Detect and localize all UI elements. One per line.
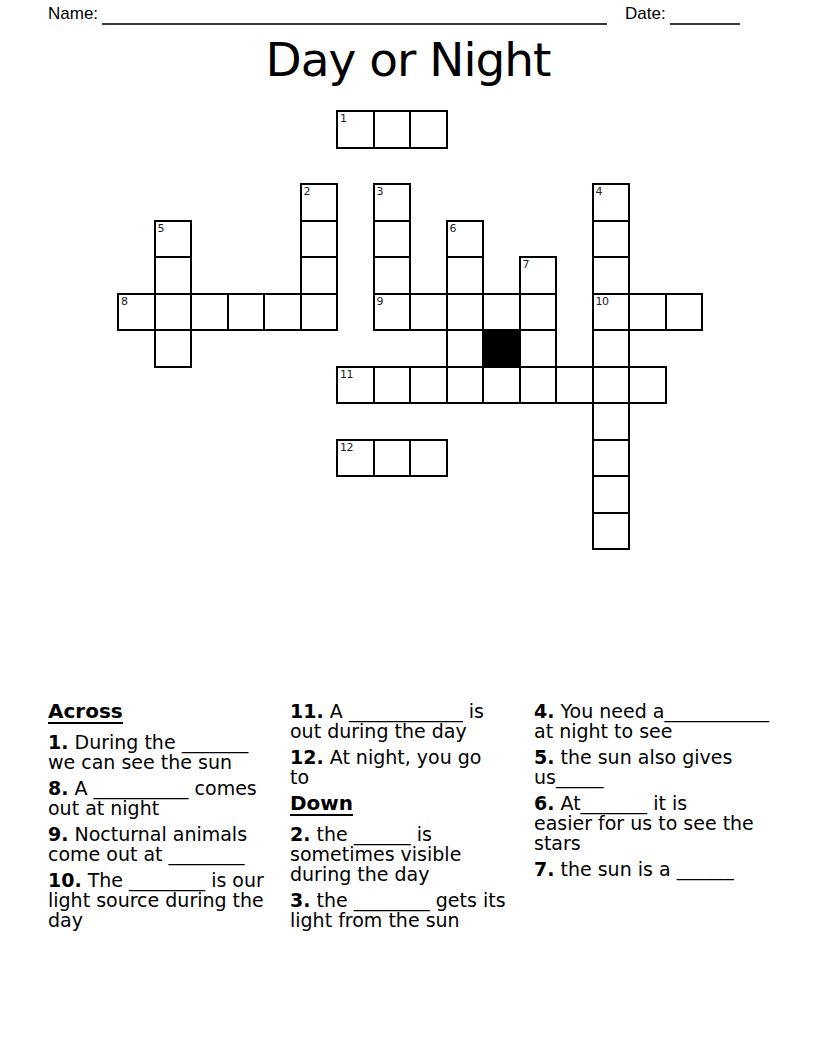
cell-number: 3 xyxy=(377,185,384,198)
clue-number: 9. xyxy=(48,823,68,845)
clue-down-3: 3. the ________ gets its light from the … xyxy=(290,890,534,930)
clues-column-1: Across 1. During the _______ we can see … xyxy=(48,701,290,936)
grid-cell-r9-c8[interactable] xyxy=(409,439,448,478)
grid-cell-r5-c1[interactable] xyxy=(154,293,193,332)
clue-across-1: 1. During the _______ we can see the sun xyxy=(48,732,290,772)
clue-number: 3. xyxy=(290,889,310,911)
cell-number: 2 xyxy=(304,185,311,198)
cell-number: 12 xyxy=(340,441,353,454)
page-title: Day or Night xyxy=(0,33,816,87)
clue-number: 10. xyxy=(48,869,82,891)
grid-cell-r7-c10[interactable] xyxy=(482,366,521,405)
grid-cell-r6-c11[interactable] xyxy=(519,329,558,368)
worksheet-page: { "game": "crossword", "title": "Day or … xyxy=(0,0,816,1056)
grid-cell-r3-c13[interactable] xyxy=(592,220,631,259)
grid-cell-r5-c7[interactable]: 9 xyxy=(373,293,412,332)
clue-number: 6. xyxy=(534,792,554,814)
grid-cell-r7-c11[interactable] xyxy=(519,366,558,405)
grid-cell-r0-c8[interactable] xyxy=(409,110,448,149)
clue-down-2: 2. the ______ is sometimes visible durin… xyxy=(290,824,534,884)
clue-text: the ______ is sometimes visible during t… xyxy=(290,823,461,885)
cell-number: 5 xyxy=(158,222,165,235)
cell-number: 4 xyxy=(596,185,603,198)
grid-cell-r7-c7[interactable] xyxy=(373,366,412,405)
date-input-line[interactable] xyxy=(670,4,740,25)
grid-cell-r4-c11[interactable]: 7 xyxy=(519,256,558,295)
clue-text: A __________ comes out at night xyxy=(48,777,257,819)
cell-number: 7 xyxy=(523,258,530,271)
grid-cell-r4-c9[interactable] xyxy=(446,256,485,295)
grid-cell-r8-c13[interactable] xyxy=(592,402,631,441)
grid-cell-r5-c13[interactable]: 10 xyxy=(592,293,631,332)
clue-text: Nocturnal animals come out at ________ xyxy=(48,823,247,865)
grid-cell-r5-c9[interactable] xyxy=(446,293,485,332)
clue-down-7: 7. the sun is a ______ xyxy=(534,859,780,879)
clue-text: You need a___________ at night to see xyxy=(534,700,769,742)
grid-cell-r5-c2[interactable] xyxy=(190,293,229,332)
grid-cell-r5-c10[interactable] xyxy=(482,293,521,332)
date-label: Date: xyxy=(625,4,666,24)
clue-text: At_______ it is easier for us to see the… xyxy=(534,792,754,854)
grid-cell-r3-c1[interactable]: 5 xyxy=(154,220,193,259)
grid-cell-r5-c5[interactable] xyxy=(300,293,339,332)
grid-cell-r10-c13[interactable] xyxy=(592,475,631,514)
grid-cell-r5-c4[interactable] xyxy=(263,293,302,332)
clue-text: the ________ gets its light from the sun xyxy=(290,889,506,931)
cell-number: 1 xyxy=(340,112,347,125)
clue-number: 11. xyxy=(290,700,324,722)
grid-cell-r9-c13[interactable] xyxy=(592,439,631,478)
clue-across-12: 12. At night, you go to xyxy=(290,747,534,787)
clues-column-2: 11. A ____________ is out during the day… xyxy=(290,701,534,936)
grid-cell-r7-c8[interactable] xyxy=(409,366,448,405)
grid-cell-r4-c7[interactable] xyxy=(373,256,412,295)
grid-cell-r4-c1[interactable] xyxy=(154,256,193,295)
grid-cell-r5-c0[interactable]: 8 xyxy=(117,293,156,332)
grid-cell-r5-c3[interactable] xyxy=(227,293,266,332)
clue-number: 8. xyxy=(48,777,68,799)
grid-cell-r9-c6[interactable]: 12 xyxy=(336,439,375,478)
clue-text: the sun is a ______ xyxy=(561,858,734,880)
clue-number: 7. xyxy=(534,858,554,880)
grid-cell-r5-c14[interactable] xyxy=(628,293,667,332)
clue-across-9: 9. Nocturnal animals come out at _______… xyxy=(48,824,290,864)
grid-cell-r7-c6[interactable]: 11 xyxy=(336,366,375,405)
grid-cell-r2-c13[interactable]: 4 xyxy=(592,183,631,222)
cell-number: 6 xyxy=(450,222,457,235)
clue-down-6: 6. At_______ it is easier for us to see … xyxy=(534,793,780,853)
grid-cell-r5-c11[interactable] xyxy=(519,293,558,332)
grid-cell-r5-c15[interactable] xyxy=(665,293,704,332)
clue-number: 2. xyxy=(290,823,310,845)
grid-cell-r3-c7[interactable] xyxy=(373,220,412,259)
grid-cell-r11-c13[interactable] xyxy=(592,512,631,551)
clue-across-10: 10. The ________ is our light source dur… xyxy=(48,870,290,930)
across-heading: Across xyxy=(48,701,290,724)
crossword-grid: 123456789101112 xyxy=(117,110,707,552)
grid-cell-r7-c9[interactable] xyxy=(446,366,485,405)
grid-cell-r7-c12[interactable] xyxy=(555,366,594,405)
clue-down-4: 4. You need a___________ at night to see xyxy=(534,701,780,741)
clues-column-3: 4. You need a___________ at night to see… xyxy=(534,701,780,936)
clue-across-11: 11. A ____________ is out during the day xyxy=(290,701,534,741)
grid-cell-r4-c5[interactable] xyxy=(300,256,339,295)
grid-cell-r3-c5[interactable] xyxy=(300,220,339,259)
clue-down-5: 5. the sun also gives us_____ xyxy=(534,747,780,787)
cell-number: 8 xyxy=(121,295,128,308)
grid-cell-r5-c8[interactable] xyxy=(409,293,448,332)
grid-cell-r6-c9[interactable] xyxy=(446,329,485,368)
cell-number: 9 xyxy=(377,295,384,308)
grid-cell-r4-c13[interactable] xyxy=(592,256,631,295)
clue-across-8: 8. A __________ comes out at night xyxy=(48,778,290,818)
name-label: Name: xyxy=(48,4,98,24)
clues-section: Across 1. During the _______ we can see … xyxy=(48,701,780,936)
blocked-cell xyxy=(482,329,521,368)
grid-cell-r6-c13[interactable] xyxy=(592,329,631,368)
down-heading-label: Down xyxy=(290,793,353,816)
cell-number: 10 xyxy=(596,295,609,308)
across-heading-label: Across xyxy=(48,701,123,724)
grid-cell-r6-c1[interactable] xyxy=(154,329,193,368)
clue-number: 1. xyxy=(48,731,68,753)
grid-cell-r0-c7[interactable] xyxy=(373,110,412,149)
clue-text: the sun also gives us_____ xyxy=(534,746,732,788)
cell-number: 11 xyxy=(340,368,353,381)
grid-cell-r3-c9[interactable]: 6 xyxy=(446,220,485,259)
clue-number: 4. xyxy=(534,700,554,722)
grid-cell-r2-c7[interactable]: 3 xyxy=(373,183,412,222)
grid-cell-r7-c14[interactable] xyxy=(628,366,667,405)
grid-cell-r7-c13[interactable] xyxy=(592,366,631,405)
clue-text: During the _______ we can see the sun xyxy=(48,731,248,773)
name-input-line[interactable] xyxy=(102,4,607,25)
grid-cell-r0-c6[interactable]: 1 xyxy=(336,110,375,149)
grid-cell-r2-c5[interactable]: 2 xyxy=(300,183,339,222)
grid-cell-r9-c7[interactable] xyxy=(373,439,412,478)
clue-number: 12. xyxy=(290,746,324,768)
clue-number: 5. xyxy=(534,746,554,768)
down-heading: Down xyxy=(290,793,534,816)
